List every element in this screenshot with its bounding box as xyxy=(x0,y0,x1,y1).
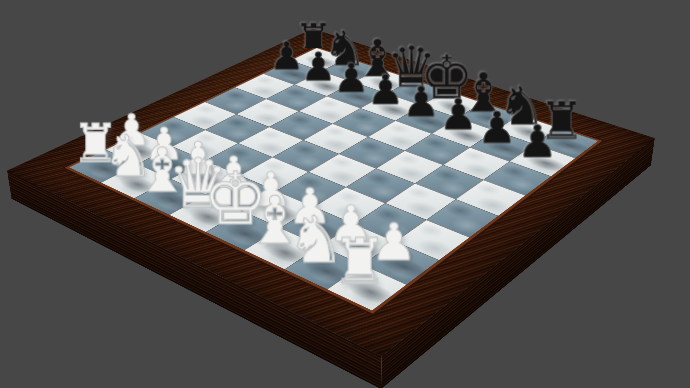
render-scene: ♜♞♝♛♚♝♞♜♟♟♟♟♟♟♟♟♟♟♟♟♟♟♟♟♜♞♝♛♚♝♞♜ xyxy=(0,0,690,388)
chess-board: ♜♞♝♛♚♝♞♜♟♟♟♟♟♟♟♟♟♟♟♟♟♟♟♟♜♞♝♛♚♝♞♜ xyxy=(7,29,655,357)
piece-white-rook-h1: ♜ xyxy=(317,184,402,293)
board-frame: ♜♞♝♛♚♝♞♜♟♟♟♟♟♟♟♟♟♟♟♟♟♟♟♟♜♞♝♛♚♝♞♜ xyxy=(7,29,655,357)
piece-black-pawn-h7: ♟ xyxy=(502,72,573,163)
render-viewport: ♜♞♝♛♚♝♞♜♟♟♟♟♟♟♟♟♟♟♟♟♟♟♟♟♜♞♝♛♚♝♞♜ xyxy=(0,0,690,388)
